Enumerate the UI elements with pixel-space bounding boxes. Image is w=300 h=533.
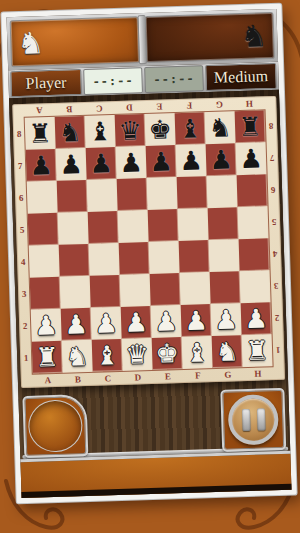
- panel-divider: [138, 15, 148, 64]
- square-f7[interactable]: ♟: [176, 144, 207, 177]
- square-g8[interactable]: ♞: [205, 111, 236, 144]
- white-player-panel: ♞: [10, 16, 140, 67]
- square-g5[interactable]: [208, 207, 239, 240]
- square-f4[interactable]: [179, 240, 210, 273]
- piece-white-pawn: ♟: [244, 305, 268, 332]
- square-h8[interactable]: ♜: [235, 110, 266, 143]
- square-b7[interactable]: ♟: [56, 148, 87, 181]
- piece-white-pawn: ♟: [94, 310, 118, 337]
- rank-label-7: 7: [266, 142, 279, 174]
- square-h3[interactable]: [240, 270, 271, 303]
- file-label-a: A: [24, 103, 54, 118]
- black-knight-icon: ♞: [240, 21, 268, 52]
- square-d5[interactable]: [118, 210, 149, 243]
- rank-label-5: 5: [268, 206, 281, 238]
- square-d3[interactable]: [120, 274, 151, 307]
- piece-black-bishop: ♝: [88, 118, 112, 145]
- piece-white-knight: ♞: [215, 338, 239, 365]
- square-e6[interactable]: [147, 177, 178, 210]
- white-knight-icon: ♞: [17, 28, 45, 59]
- file-label-b: B: [54, 102, 84, 117]
- piece-white-pawn: ♟: [184, 307, 208, 334]
- piece-black-pawn: ♟: [239, 145, 263, 172]
- piece-white-queen: ♛: [125, 341, 149, 368]
- piece-black-rook: ♜: [28, 120, 52, 147]
- square-g3[interactable]: [210, 271, 241, 304]
- square-b1[interactable]: ♞: [62, 340, 93, 373]
- bottom-controls: [18, 383, 290, 459]
- square-g2[interactable]: ♟: [211, 303, 242, 336]
- square-e7[interactable]: ♟: [146, 145, 177, 178]
- square-h6[interactable]: [237, 174, 268, 207]
- wood-field: ABCDEFGH8♜♞♝♛♚♝♞♜87♟♟♟♟♟♟♟♟7665544332♟♟♟…: [9, 90, 290, 459]
- square-a3[interactable]: [30, 277, 61, 310]
- file-label-d: D: [123, 370, 153, 385]
- black-player-clock: --:--: [144, 65, 204, 93]
- square-c7[interactable]: ♟: [86, 147, 117, 180]
- square-g6[interactable]: [207, 175, 238, 208]
- square-a2[interactable]: ♟: [31, 309, 62, 342]
- file-label-a: A: [33, 373, 63, 388]
- footer-band: [20, 451, 291, 498]
- square-h7[interactable]: ♟: [236, 142, 267, 175]
- rank-label-6: 6: [15, 182, 28, 214]
- file-label-g: G: [213, 367, 243, 382]
- square-d1[interactable]: ♛: [122, 338, 153, 371]
- rank-label-3: 3: [18, 278, 31, 310]
- piece-black-pawn: ♟: [89, 150, 113, 177]
- board-border-corner: [273, 366, 285, 380]
- rank-label-2: 2: [271, 302, 284, 334]
- game-window: ♞ ♞ Player --:-- --:-- Medium ABCDEFGH8♜…: [1, 4, 296, 504]
- rank-label-1: 1: [272, 334, 285, 366]
- piece-black-rook: ♜: [238, 113, 262, 140]
- piece-white-bishop: ♝: [185, 339, 209, 366]
- rank-label-8: 8: [265, 110, 278, 142]
- piece-black-queen: ♛: [118, 117, 142, 144]
- square-a7[interactable]: ♟: [26, 149, 57, 182]
- square-d4[interactable]: [119, 242, 150, 275]
- board-border-corner: [12, 104, 24, 118]
- pause-button-frame: [220, 388, 286, 452]
- piece-white-pawn: ♟: [154, 308, 178, 335]
- rank-label-5: 5: [16, 214, 29, 246]
- piece-white-bishop: ♝: [95, 342, 119, 369]
- file-label-f: F: [174, 98, 204, 113]
- piece-white-pawn: ♟: [214, 306, 238, 333]
- pause-icon: [241, 409, 250, 431]
- square-a1[interactable]: ♜: [32, 341, 63, 374]
- chess-board: ABCDEFGH8♜♞♝♛♚♝♞♜87♟♟♟♟♟♟♟♟7665544332♟♟♟…: [12, 96, 285, 388]
- square-f6[interactable]: [177, 176, 208, 209]
- empty-circle-disc: [28, 399, 84, 453]
- file-label-h: H: [234, 96, 264, 111]
- piece-black-pawn: ♟: [59, 151, 83, 178]
- black-player-panel: ♞: [145, 12, 275, 63]
- square-f2[interactable]: ♟: [181, 304, 212, 337]
- square-d7[interactable]: ♟: [116, 146, 147, 179]
- file-label-c: C: [93, 371, 123, 386]
- board-border-corner: [21, 374, 33, 388]
- square-h4[interactable]: [239, 238, 270, 271]
- rank-label-4: 4: [269, 238, 282, 270]
- piece-white-pawn: ♟: [34, 312, 58, 339]
- square-g4[interactable]: [209, 239, 240, 272]
- white-player-name: Player: [10, 69, 82, 97]
- rank-label-2: 2: [19, 310, 32, 342]
- file-label-d: D: [114, 100, 144, 115]
- file-label-e: E: [153, 369, 183, 384]
- piece-black-knight: ♞: [208, 114, 232, 141]
- rank-label-6: 6: [267, 174, 280, 206]
- square-c2[interactable]: ♟: [91, 307, 122, 340]
- square-h2[interactable]: ♟: [241, 302, 272, 335]
- piece-black-pawn: ♟: [209, 146, 233, 173]
- piece-white-king: ♚: [155, 340, 179, 367]
- square-c8[interactable]: ♝: [85, 115, 116, 148]
- square-a4[interactable]: [29, 245, 60, 278]
- rank-label-3: 3: [270, 270, 283, 302]
- square-b8[interactable]: ♞: [55, 116, 86, 149]
- piece-black-pawn: ♟: [179, 147, 203, 174]
- square-h1[interactable]: ♜: [242, 334, 273, 367]
- rank-label-1: 1: [20, 342, 33, 374]
- square-c3[interactable]: [90, 275, 121, 308]
- footer-strip: [21, 484, 291, 498]
- piece-white-knight: ♞: [65, 343, 89, 370]
- piece-white-pawn: ♟: [124, 309, 148, 336]
- piece-black-pawn: ♟: [119, 149, 143, 176]
- file-label-f: F: [183, 368, 213, 383]
- square-e3[interactable]: [150, 273, 181, 306]
- square-d8[interactable]: ♛: [115, 114, 146, 147]
- square-c5[interactable]: [88, 211, 119, 244]
- square-c4[interactable]: [89, 243, 120, 276]
- empty-circle-slot: [22, 394, 88, 458]
- player-panels: ♞ ♞: [7, 9, 279, 70]
- square-g1[interactable]: ♞: [212, 335, 243, 368]
- file-label-c: C: [84, 101, 114, 116]
- piece-black-knight: ♞: [58, 119, 82, 146]
- square-a6[interactable]: [27, 181, 58, 214]
- square-f8[interactable]: ♝: [175, 112, 206, 145]
- piece-white-pawn: ♟: [64, 311, 88, 338]
- rank-label-8: 8: [13, 118, 26, 150]
- square-g7[interactable]: ♟: [206, 143, 237, 176]
- piece-black-bishop: ♝: [178, 115, 202, 142]
- square-d2[interactable]: ♟: [121, 306, 152, 339]
- piece-black-pawn: ♟: [29, 152, 53, 179]
- piece-black-king: ♚: [148, 116, 172, 143]
- square-e1[interactable]: ♚: [152, 337, 183, 370]
- square-f1[interactable]: ♝: [182, 336, 213, 369]
- rank-label-4: 4: [17, 246, 30, 278]
- piece-white-rook: ♜: [245, 337, 269, 364]
- square-b4[interactable]: [59, 244, 90, 277]
- square-f3[interactable]: [180, 272, 211, 305]
- file-label-h: H: [243, 366, 273, 381]
- square-b2[interactable]: ♟: [61, 308, 92, 341]
- square-e8[interactable]: ♚: [145, 113, 176, 146]
- black-player-name: Medium: [205, 63, 277, 91]
- square-b5[interactable]: [58, 212, 89, 245]
- square-d6[interactable]: [117, 178, 148, 211]
- square-b6[interactable]: [57, 180, 88, 213]
- square-a5[interactable]: [28, 213, 59, 246]
- square-f5[interactable]: [178, 208, 209, 241]
- square-e5[interactable]: [148, 209, 179, 242]
- square-a8[interactable]: ♜: [25, 117, 56, 150]
- file-label-b: B: [63, 372, 93, 387]
- square-c6[interactable]: [87, 179, 118, 212]
- board-border-corner: [264, 96, 276, 110]
- square-b3[interactable]: [60, 276, 91, 309]
- square-e2[interactable]: ♟: [151, 305, 182, 338]
- white-player-clock: --:--: [83, 67, 143, 95]
- pause-button[interactable]: [228, 394, 280, 446]
- square-c1[interactable]: ♝: [92, 339, 123, 372]
- piece-white-rook: ♜: [35, 344, 59, 371]
- file-label-e: E: [144, 99, 174, 114]
- pause-icon: [256, 408, 265, 430]
- file-label-g: G: [204, 97, 234, 112]
- piece-black-pawn: ♟: [149, 148, 173, 175]
- square-h5[interactable]: [238, 206, 269, 239]
- rank-label-7: 7: [14, 150, 27, 182]
- square-e4[interactable]: [149, 241, 180, 274]
